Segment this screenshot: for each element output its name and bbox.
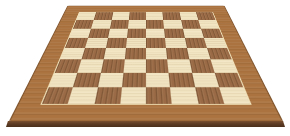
square-d4[interactable] [125,48,146,60]
square-f8[interactable] [163,12,181,20]
square-f6[interactable] [164,28,184,37]
square-f1[interactable] [170,87,198,104]
square-h8[interactable] [196,12,216,20]
square-d1[interactable] [120,87,146,104]
square-d6[interactable] [127,28,146,37]
square-h1[interactable] [219,87,250,104]
square-d8[interactable] [129,12,146,20]
square-e2[interactable] [146,72,170,87]
square-f4[interactable] [166,48,189,60]
square-d3[interactable] [123,60,146,73]
square-b3[interactable] [78,60,103,73]
square-b5[interactable] [85,38,107,48]
square-e1[interactable] [146,87,172,104]
square-d5[interactable] [126,38,146,48]
square-b2[interactable] [73,72,100,87]
square-e3[interactable] [146,60,169,73]
square-b8[interactable] [94,12,113,20]
chess-board [8,6,283,122]
square-b6[interactable] [88,28,109,37]
square-c5[interactable] [106,38,127,48]
board-side-edge [6,121,285,127]
square-e4[interactable] [146,48,167,60]
square-f5[interactable] [165,38,186,48]
square-c7[interactable] [110,20,129,28]
square-d2[interactable] [122,72,146,87]
square-b1[interactable] [68,87,97,104]
square-h5[interactable] [204,38,227,48]
square-h4[interactable] [207,48,232,60]
square-e8[interactable] [146,12,163,20]
square-f3[interactable] [167,60,191,73]
square-e7[interactable] [146,20,164,28]
square-b7[interactable] [91,20,111,28]
square-c1[interactable] [94,87,122,104]
square-f7[interactable] [163,20,182,28]
square-c2[interactable] [97,72,123,87]
square-e5[interactable] [146,38,166,48]
square-h7[interactable] [198,20,219,28]
square-e6[interactable] [146,28,165,37]
square-f2[interactable] [169,72,195,87]
square-b4[interactable] [82,48,106,60]
square-h2[interactable] [214,72,243,87]
square-c6[interactable] [108,28,128,37]
square-c3[interactable] [100,60,124,73]
square-c4[interactable] [103,48,126,60]
square-h3[interactable] [210,60,237,73]
square-c8[interactable] [111,12,129,20]
square-h6[interactable] [201,28,223,37]
board-photo [0,0,290,136]
board-squares [40,12,251,105]
square-d7[interactable] [128,20,146,28]
